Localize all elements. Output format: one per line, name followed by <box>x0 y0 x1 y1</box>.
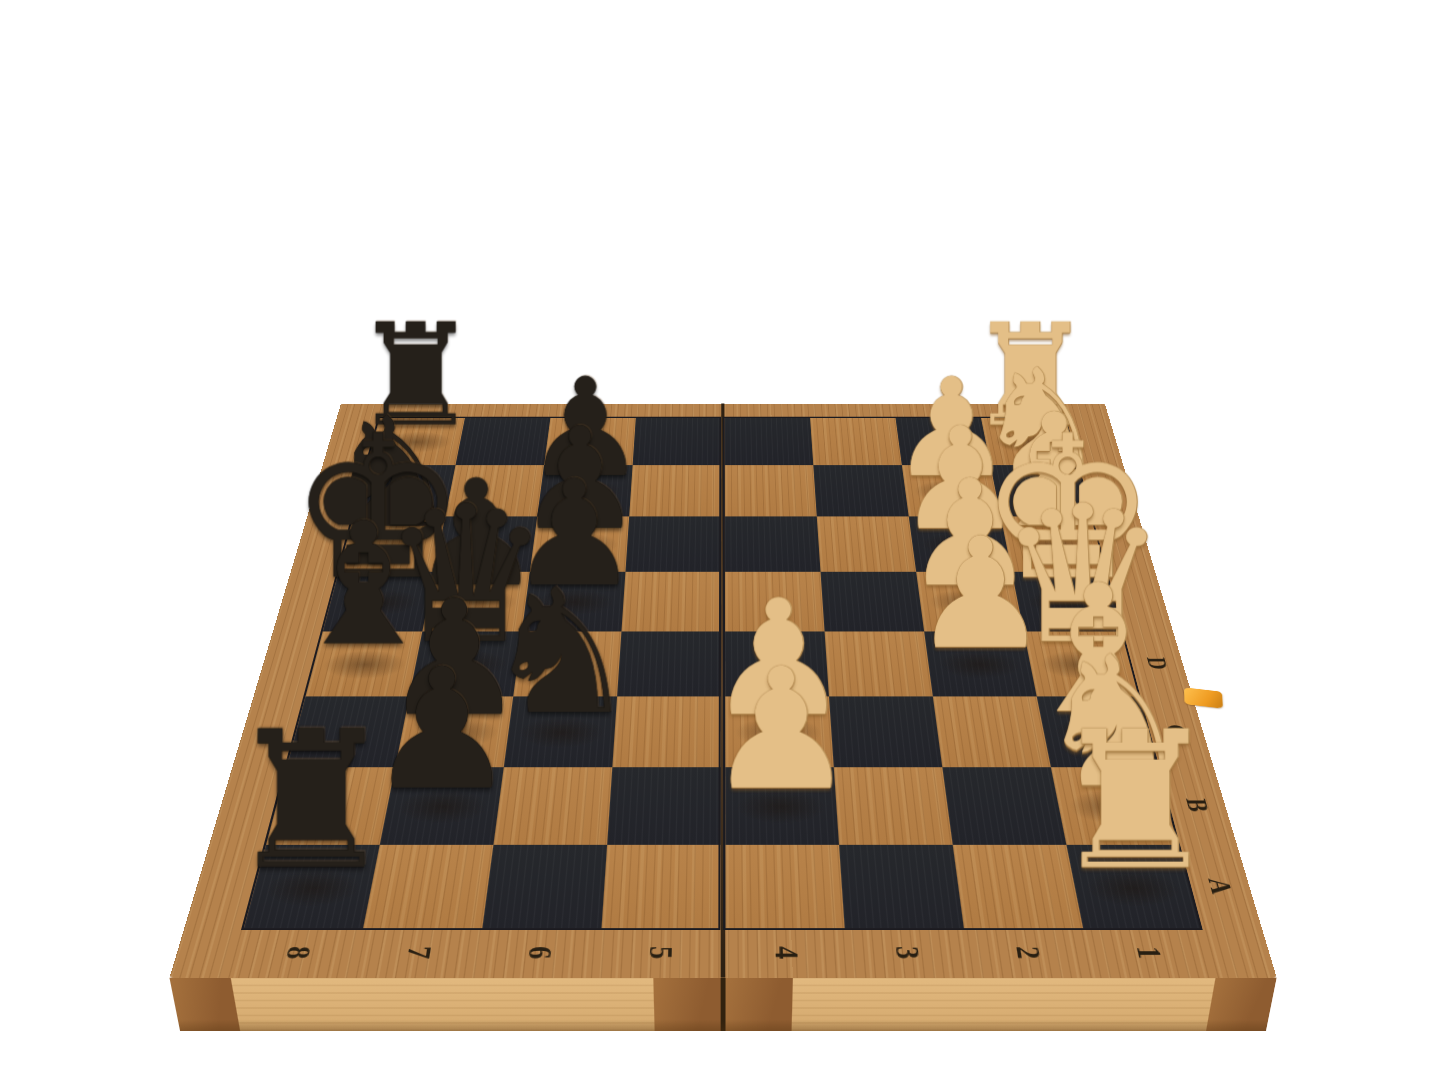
white-rook-glyph: ♜ <box>1006 705 1263 895</box>
square-h2 <box>895 417 990 465</box>
square-g5 <box>629 465 721 516</box>
rank-label-8: 8 <box>279 946 315 959</box>
square-f5 <box>625 516 721 571</box>
board-front-edge <box>169 977 1276 1030</box>
square-a3 <box>838 844 963 929</box>
square-g3 <box>813 465 908 516</box>
white-pawn-glyph: ♟ <box>658 645 904 812</box>
square-h7 <box>455 417 550 465</box>
rank-label-4: 4 <box>769 946 802 959</box>
square-g4 <box>724 465 816 516</box>
square-h6 <box>544 417 636 465</box>
square-f4 <box>724 516 820 571</box>
rank-label-3: 3 <box>889 946 923 959</box>
square-h3 <box>810 417 902 465</box>
rank-label-2: 2 <box>1010 946 1045 959</box>
square-h4 <box>724 417 813 465</box>
edge-shading <box>177 1019 1268 1030</box>
square-h5 <box>632 417 721 465</box>
square-a6 <box>481 844 606 929</box>
rank-label-5: 5 <box>643 946 676 959</box>
rank-label-7: 7 <box>401 946 436 959</box>
rank-label-6: 6 <box>522 946 556 959</box>
square-h1 <box>980 417 1078 465</box>
square-a4 <box>725 844 844 929</box>
rank-label-1: 1 <box>1130 946 1166 959</box>
black-rook-glyph: ♜ <box>182 705 439 895</box>
chess-board: 87654321ABCD♜♞♝♛♚♝♞♜♟♟♟♟♟♟♜♜♝♚♞♛♟♟♟♞♟♟♟ <box>169 403 1276 977</box>
square-a5 <box>601 844 720 929</box>
square-h8 <box>366 417 464 465</box>
photo-scene: 87654321ABCD♜♞♝♛♚♝♞♜♟♟♟♟♟♟♜♜♝♚♞♛♟♟♟♞♟♟♟ <box>0 0 1445 1083</box>
